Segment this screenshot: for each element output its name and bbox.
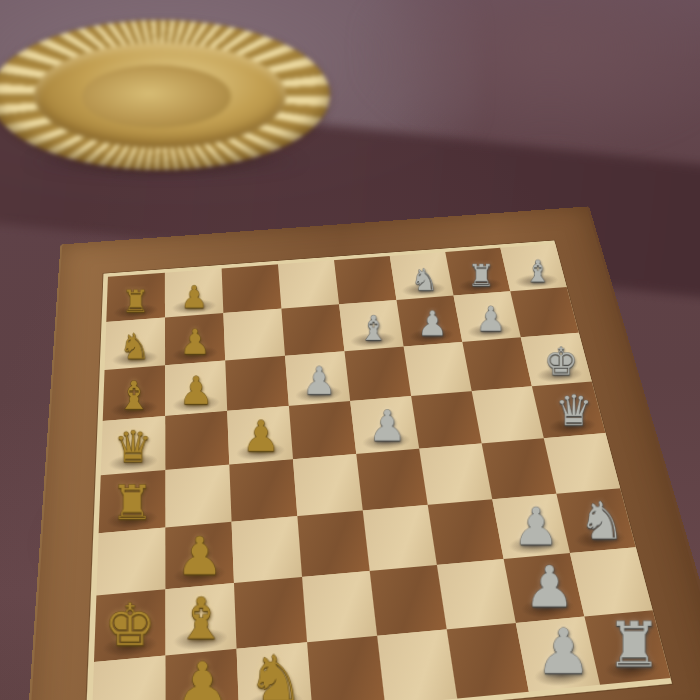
square-g6[interactable] [462,337,532,391]
piece-silver-rook-h1[interactable]: ♜ [598,614,670,677]
piece-silver-pawn-g2[interactable]: ♟ [515,558,584,615]
square-c3[interactable] [232,516,303,583]
square-f7[interactable]: ♟ [396,296,462,347]
square-e7[interactable]: ♝ [339,300,403,351]
square-d5[interactable] [289,401,356,459]
piece-silver-pawn-d6[interactable]: ♟ [289,361,350,400]
piece-gold-knight-c1[interactable]: ♞ [239,648,312,700]
square-h4[interactable] [544,433,620,494]
square-f3[interactable] [428,499,504,565]
board-grid: ♜♟♞♜♝♞♟♝♟♟♝♟♟♚♛♟♟♛♜♟♟♞♚♝♟♟♞♟♜ [91,244,670,700]
scene-photo: ♜♟♞♜♝♞♟♝♟♟♝♟♟♚♛♟♟♛♜♟♟♞♚♝♟♟♞♟♜ [0,0,700,700]
square-a3[interactable] [96,528,165,596]
square-c1[interactable]: ♞ [237,642,313,700]
square-f1[interactable] [447,623,529,699]
square-d1[interactable] [307,636,385,700]
piece-gold-pawn-b8[interactable]: ♟ [165,281,223,312]
square-g1[interactable]: ♟ [516,617,600,692]
square-g2[interactable]: ♟ [504,553,585,623]
piece-gold-rook-a4[interactable]: ♜ [99,479,165,527]
piece-gold-bishop-b2[interactable]: ♝ [166,590,237,648]
square-h7[interactable] [510,287,579,337]
piece-silver-pawn-f7[interactable]: ♟ [403,307,462,341]
board-tilt: ♜♟♞♜♝♞♟♝♟♟♝♟♟♚♛♟♟♛♜♟♟♞♚♝♟♟♞♟♜ [18,206,700,700]
square-c8[interactable] [222,264,282,313]
square-b3[interactable]: ♟ [165,522,234,589]
square-g8[interactable]: ♜ [445,248,510,296]
piece-gold-king-a2[interactable]: ♚ [94,596,165,654]
square-a7[interactable]: ♞ [105,318,166,370]
square-a5[interactable]: ♛ [101,416,165,475]
square-e8[interactable] [334,256,396,304]
piece-gold-rook-a8[interactable]: ♜ [107,286,165,317]
piece-gold-knight-a7[interactable]: ♞ [105,330,165,365]
square-c7[interactable] [223,309,285,361]
square-g3[interactable]: ♟ [492,494,570,559]
piece-gold-pawn-b7[interactable]: ♟ [165,325,225,360]
square-f4[interactable] [419,443,492,504]
square-d6[interactable]: ♟ [285,351,350,406]
square-f5[interactable] [411,391,482,449]
square-a6[interactable]: ♝ [103,365,165,421]
square-b7[interactable]: ♟ [165,313,225,365]
square-d4[interactable] [293,454,363,516]
piece-gold-queen-a5[interactable]: ♛ [101,426,165,469]
square-a8[interactable]: ♜ [106,273,165,322]
square-c6[interactable] [225,356,289,411]
square-f2[interactable] [437,559,516,629]
piece-silver-bishop-h8[interactable]: ♝ [509,256,566,286]
square-h8[interactable]: ♝ [500,244,566,291]
piece-silver-queen-h5[interactable]: ♛ [543,390,606,432]
piece-silver-bishop-e7[interactable]: ♝ [344,311,403,345]
piece-silver-king-h6[interactable]: ♚ [531,342,592,380]
chess-board: ♜♟♞♜♝♞♟♝♟♟♝♟♟♚♛♟♟♛♜♟♟♞♚♝♟♟♞♟♜ [20,118,680,698]
square-f6[interactable] [404,342,472,396]
square-a4[interactable]: ♜ [99,470,166,533]
board-frame: ♜♟♞♜♝♞♟♝♟♟♝♟♟♚♛♟♟♛♜♟♟♞♚♝♟♟♞♟♜ [18,206,700,700]
square-c5[interactable]: ♟ [227,406,293,465]
square-e6[interactable] [344,347,411,401]
square-g4[interactable] [482,438,557,499]
square-e1[interactable] [377,629,457,700]
square-e5[interactable]: ♟ [350,396,419,454]
square-a1[interactable] [91,655,165,700]
square-b1[interactable]: ♟ [166,649,240,700]
piece-gold-pawn-b6[interactable]: ♟ [165,371,227,410]
piece-silver-pawn-g3[interactable]: ♟ [502,500,569,552]
piece-silver-knight-f8[interactable]: ♞ [396,264,453,295]
square-d2[interactable] [302,571,377,642]
square-d7[interactable] [281,304,344,355]
square-b5[interactable] [165,411,229,470]
piece-gold-bishop-a6[interactable]: ♝ [103,376,165,415]
square-e3[interactable] [363,505,437,571]
piece-gold-pawn-b1[interactable]: ♟ [166,654,239,700]
piece-gold-pawn-b3[interactable]: ♟ [166,529,234,582]
piece-gold-pawn-c5[interactable]: ♟ [229,415,293,458]
piece-silver-pawn-e5[interactable]: ♟ [356,405,419,448]
square-h6[interactable]: ♚ [521,333,592,386]
square-d8[interactable] [278,260,339,309]
square-h5[interactable]: ♛ [532,381,606,438]
square-e4[interactable] [356,449,427,511]
square-e2[interactable] [370,565,447,636]
square-b4[interactable] [165,465,231,528]
square-c4[interactable] [229,459,297,522]
square-b6[interactable]: ♟ [165,360,227,415]
square-b2[interactable]: ♝ [165,583,236,655]
piece-silver-pawn-g7[interactable]: ♟ [461,302,520,336]
square-g7[interactable]: ♟ [454,291,521,342]
piece-silver-pawn-g1[interactable]: ♟ [528,621,600,684]
piece-silver-rook-g8[interactable]: ♜ [453,260,510,290]
piece-silver-knight-h3[interactable]: ♞ [569,494,636,546]
board-inlay-border: ♜♟♞♜♝♞♟♝♟♟♝♟♟♚♛♟♟♛♜♟♟♞♚♝♟♟♞♟♜ [85,240,672,700]
square-c2[interactable] [234,577,307,649]
square-a2[interactable]: ♚ [94,589,166,662]
square-f8[interactable]: ♞ [390,252,454,300]
square-b8[interactable]: ♟ [165,268,223,317]
square-d3[interactable] [297,510,369,577]
